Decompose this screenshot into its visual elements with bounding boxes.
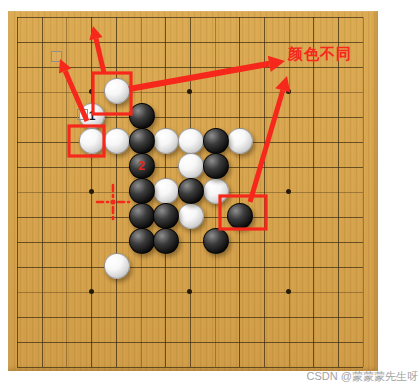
star-point xyxy=(89,189,94,194)
watermark: CSDN @蒙蒙蒙先生呀 xyxy=(307,369,418,384)
stone-black xyxy=(129,103,155,129)
grid-horizontal-line xyxy=(17,267,363,268)
stone-white xyxy=(104,128,130,154)
star-point xyxy=(89,289,94,294)
stone-white xyxy=(178,153,204,179)
stone-black xyxy=(203,128,229,154)
grid-horizontal-line xyxy=(17,367,363,368)
stone-white xyxy=(153,128,179,154)
grid-horizontal-line xyxy=(17,342,363,343)
stone-black xyxy=(178,178,204,204)
star-point xyxy=(187,289,192,294)
star-point xyxy=(187,89,192,94)
stone-black xyxy=(227,203,253,229)
stone-white xyxy=(178,203,204,229)
grid-horizontal-line xyxy=(17,242,363,243)
grid-horizontal-line xyxy=(17,317,363,318)
star-point xyxy=(286,289,291,294)
stone-white xyxy=(104,78,130,104)
grid-vertical-line xyxy=(264,17,265,367)
gray-square-marker xyxy=(77,109,88,120)
stone-black xyxy=(129,128,155,154)
grid-vertical-line xyxy=(338,17,339,367)
stone-black xyxy=(203,228,229,254)
stone-black xyxy=(129,203,155,229)
stone-white xyxy=(104,253,130,279)
stone-black xyxy=(203,153,229,179)
stone-black xyxy=(153,228,179,254)
grid-vertical-line xyxy=(239,17,240,367)
star-point xyxy=(286,89,291,94)
stone-white xyxy=(178,128,204,154)
stone-black xyxy=(129,228,155,254)
gray-square-marker xyxy=(51,51,62,62)
stone-black: 2 xyxy=(129,153,155,179)
stone-white xyxy=(203,178,229,204)
star-point xyxy=(286,189,291,194)
star-point xyxy=(89,89,94,94)
screenshot-root: 12 颜色不同 CSDN @蒙蒙蒙先生呀 xyxy=(0,0,420,387)
stone-black xyxy=(153,203,179,229)
grid-vertical-line xyxy=(363,17,364,367)
stone-white xyxy=(153,178,179,204)
stone-white xyxy=(79,128,105,154)
stone-black xyxy=(129,178,155,204)
stone-white xyxy=(227,128,253,154)
annotation-note-text: 颜色不同 xyxy=(288,45,352,64)
grid-vertical-line xyxy=(313,17,314,367)
